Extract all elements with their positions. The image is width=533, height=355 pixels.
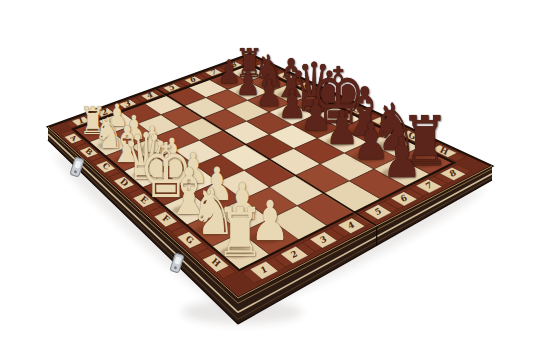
piece-white-pawn-d2: ♟: [158, 134, 186, 173]
piece-white-rook-h1: ♜: [216, 199, 265, 267]
piece-black-king-e8: ♚: [310, 57, 366, 135]
piece-white-knight-g1: ♞: [190, 180, 236, 244]
piece-white-bishop-f1: ♝: [166, 160, 212, 225]
piece-black-pawn-b7: ♟: [236, 65, 261, 100]
piece-black-rook-h8: ♜: [401, 108, 450, 176]
piece-black-pawn-d7: ♟: [277, 84, 306, 124]
piece-white-pawn-e2: ♟: [178, 148, 208, 190]
piece-black-bishop-c8: ♝: [271, 53, 309, 106]
piece-black-queen-d8: ♛: [289, 53, 338, 121]
piece-black-rook-a8: ♜: [235, 43, 264, 83]
piece-white-knight-b1: ♞: [94, 113, 124, 155]
piece-black-bishop-f8: ♝: [341, 80, 389, 147]
piece-white-pawn-c2: ♟: [140, 122, 166, 158]
piece-white-rook-a1: ♜: [80, 103, 107, 140]
piece-white-pawn-b2: ♟: [122, 110, 146, 143]
piece-black-pawn-h7: ♟: [382, 130, 422, 186]
piece-white-bishop-c1: ♝: [109, 121, 145, 171]
piece-white-pawn-a2: ♟: [106, 100, 128, 131]
piece-black-knight-g8: ♞: [371, 95, 418, 161]
piece-black-pawn-g7: ♟: [353, 117, 390, 168]
piece-black-pawn-a7: ♟: [217, 57, 240, 89]
piece-white-queen-d1: ♛: [123, 125, 169, 190]
piece-black-knight-b8: ♞: [253, 49, 285, 94]
piece-layer: ♜♞♝♛♚♝♞♜♟♟♟♟♟♟♟♟♟♟♟♟♟♟♟♟♜♞♝♛♚♝♞♜: [0, 0, 533, 355]
chess-set-product-photo: AA11BB22CC33DD44EE55FF66GG77HH88 ♜♞♝♛♚♝♞…: [0, 0, 533, 355]
piece-black-pawn-f7: ♟: [326, 105, 360, 152]
piece-black-pawn-c7: ♟: [256, 74, 283, 111]
piece-white-pawn-g2: ♟: [224, 178, 260, 228]
piece-white-pawn-h2: ♟: [250, 195, 290, 250]
piece-white-king-e1: ♚: [139, 133, 193, 208]
piece-white-pawn-f2: ♟: [200, 162, 233, 208]
piece-black-pawn-e7: ♟: [301, 94, 332, 137]
